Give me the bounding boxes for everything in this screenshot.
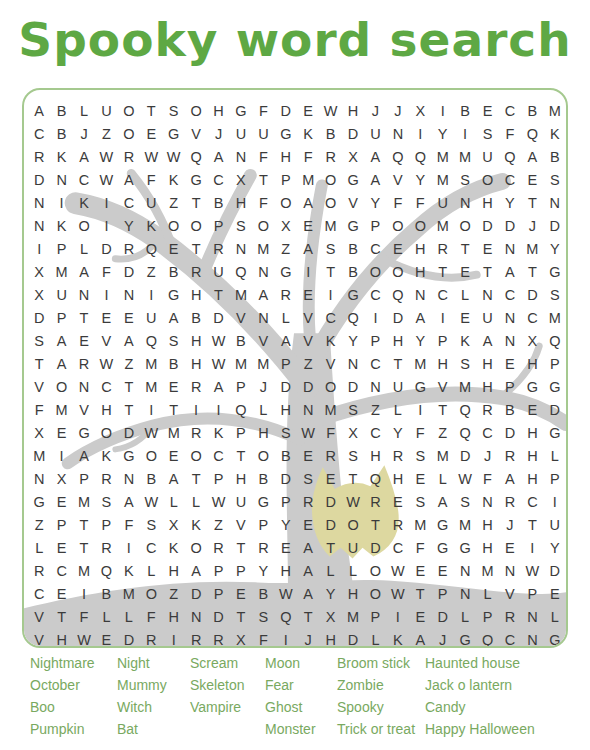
grid-cell[interactable]: A bbox=[185, 560, 207, 583]
grid-cell[interactable]: O bbox=[319, 376, 341, 399]
grid-cell[interactable]: A bbox=[50, 330, 72, 353]
grid-cell[interactable]: M bbox=[50, 261, 72, 284]
grid-cell[interactable]: R bbox=[499, 491, 521, 514]
grid-cell[interactable]: V bbox=[28, 606, 50, 629]
grid-cell[interactable]: I bbox=[319, 284, 341, 307]
grid-cell[interactable]: D bbox=[28, 169, 50, 192]
grid-cell[interactable]: H bbox=[342, 583, 364, 606]
grid-cell[interactable]: H bbox=[207, 100, 229, 123]
grid-cell[interactable]: F bbox=[28, 399, 50, 422]
grid-cell[interactable]: D bbox=[499, 422, 521, 445]
grid-cell[interactable]: E bbox=[297, 514, 319, 537]
grid-cell[interactable]: H bbox=[252, 422, 274, 445]
grid-cell[interactable]: P bbox=[544, 468, 566, 491]
grid-cell[interactable]: G bbox=[544, 261, 566, 284]
grid-cell[interactable]: T bbox=[454, 238, 476, 261]
grid-cell[interactable]: A bbox=[207, 146, 229, 169]
grid-cell[interactable]: E bbox=[162, 445, 184, 468]
grid-cell[interactable]: A bbox=[118, 169, 140, 192]
grid-cell[interactable]: U bbox=[230, 491, 252, 514]
grid-cell[interactable]: R bbox=[319, 445, 341, 468]
grid-cell[interactable]: P bbox=[275, 353, 297, 376]
grid-cell[interactable]: T bbox=[409, 583, 431, 606]
grid-cell[interactable]: V bbox=[297, 330, 319, 353]
grid-cell[interactable]: I bbox=[454, 123, 476, 146]
grid-cell[interactable]: B bbox=[95, 583, 117, 606]
grid-cell[interactable]: H bbox=[342, 100, 364, 123]
grid-cell[interactable]: A bbox=[431, 491, 453, 514]
grid-cell[interactable]: G bbox=[454, 629, 476, 648]
grid-cell[interactable]: B bbox=[50, 123, 72, 146]
grid-cell[interactable]: W bbox=[140, 422, 162, 445]
grid-cell[interactable]: E bbox=[476, 238, 498, 261]
grid-cell[interactable]: Y bbox=[364, 192, 386, 215]
grid-cell[interactable]: T bbox=[28, 353, 50, 376]
grid-cell[interactable]: S bbox=[544, 284, 566, 307]
grid-cell[interactable]: G bbox=[431, 537, 453, 560]
grid-cell[interactable]: O bbox=[140, 445, 162, 468]
grid-cell[interactable]: M bbox=[409, 514, 431, 537]
grid-cell[interactable]: L bbox=[95, 606, 117, 629]
grid-cell[interactable]: E bbox=[297, 215, 319, 238]
grid-cell[interactable]: W bbox=[95, 146, 117, 169]
grid-cell[interactable]: B bbox=[319, 123, 341, 146]
grid-cell[interactable]: X bbox=[28, 284, 50, 307]
grid-cell[interactable]: Y bbox=[431, 123, 453, 146]
grid-cell[interactable]: N bbox=[499, 238, 521, 261]
grid-cell[interactable]: N bbox=[499, 307, 521, 330]
grid-cell[interactable]: U bbox=[342, 537, 364, 560]
grid-cell[interactable]: G bbox=[73, 422, 95, 445]
grid-cell[interactable]: H bbox=[319, 629, 341, 648]
grid-cell[interactable]: H bbox=[409, 261, 431, 284]
grid-cell[interactable]: H bbox=[275, 146, 297, 169]
grid-cell[interactable]: T bbox=[118, 376, 140, 399]
grid-cell[interactable]: P bbox=[476, 606, 498, 629]
grid-cell[interactable]: C bbox=[521, 491, 543, 514]
grid-cell[interactable]: L bbox=[364, 629, 386, 648]
grid-cell[interactable]: M bbox=[454, 514, 476, 537]
grid-cell[interactable]: N bbox=[544, 192, 566, 215]
grid-cell[interactable]: H bbox=[162, 560, 184, 583]
grid-cell[interactable]: E bbox=[297, 100, 319, 123]
grid-cell[interactable]: D bbox=[118, 422, 140, 445]
grid-cell[interactable]: N bbox=[28, 192, 50, 215]
grid-cell[interactable]: G bbox=[275, 261, 297, 284]
grid-cell[interactable]: R bbox=[95, 468, 117, 491]
grid-cell[interactable]: M bbox=[319, 399, 341, 422]
grid-cell[interactable]: R bbox=[140, 629, 162, 648]
grid-cell[interactable]: A bbox=[73, 146, 95, 169]
grid-cell[interactable]: P bbox=[50, 514, 72, 537]
grid-cell[interactable]: V bbox=[95, 330, 117, 353]
grid-cell[interactable]: R bbox=[207, 238, 229, 261]
grid-cell[interactable]: B bbox=[342, 238, 364, 261]
grid-cell[interactable]: B bbox=[275, 445, 297, 468]
grid-cell[interactable]: N bbox=[342, 353, 364, 376]
grid-cell[interactable]: D bbox=[499, 215, 521, 238]
grid-cell[interactable]: M bbox=[73, 560, 95, 583]
grid-cell[interactable]: Y bbox=[544, 537, 566, 560]
grid-cell[interactable]: P bbox=[207, 215, 229, 238]
grid-cell[interactable]: Q bbox=[544, 330, 566, 353]
grid-cell[interactable]: Z bbox=[95, 123, 117, 146]
grid-cell[interactable]: N bbox=[521, 606, 543, 629]
grid-cell[interactable]: X bbox=[409, 100, 431, 123]
grid-cell[interactable]: T bbox=[521, 261, 543, 284]
grid-cell[interactable]: A bbox=[207, 376, 229, 399]
grid-cell[interactable]: Y bbox=[252, 560, 274, 583]
grid-cell[interactable]: O bbox=[364, 583, 386, 606]
grid-cell[interactable]: U bbox=[364, 123, 386, 146]
grid-cell[interactable]: Q bbox=[364, 468, 386, 491]
grid-cell[interactable]: S bbox=[140, 514, 162, 537]
grid-cell[interactable]: K bbox=[162, 169, 184, 192]
grid-cell[interactable]: U bbox=[252, 123, 274, 146]
grid-cell[interactable]: T bbox=[252, 169, 274, 192]
grid-cell[interactable]: F bbox=[140, 169, 162, 192]
grid-cell[interactable]: O bbox=[387, 261, 409, 284]
grid-cell[interactable]: G bbox=[162, 284, 184, 307]
grid-cell[interactable]: A bbox=[521, 146, 543, 169]
grid-cell[interactable]: C bbox=[364, 353, 386, 376]
grid-cell[interactable]: I bbox=[73, 583, 95, 606]
grid-cell[interactable]: A bbox=[297, 192, 319, 215]
grid-cell[interactable]: H bbox=[275, 560, 297, 583]
grid-cell[interactable]: E bbox=[431, 560, 453, 583]
grid-cell[interactable]: C bbox=[499, 284, 521, 307]
grid-cell[interactable]: M bbox=[140, 376, 162, 399]
grid-cell[interactable]: E bbox=[409, 560, 431, 583]
grid-cell[interactable]: R bbox=[118, 146, 140, 169]
grid-cell[interactable]: V bbox=[319, 353, 341, 376]
grid-cell[interactable]: A bbox=[275, 330, 297, 353]
grid-cell[interactable]: S bbox=[454, 491, 476, 514]
grid-cell[interactable]: Z bbox=[140, 261, 162, 284]
grid-cell[interactable]: G bbox=[28, 491, 50, 514]
grid-cell[interactable]: I bbox=[50, 192, 72, 215]
grid-cell[interactable]: R bbox=[185, 422, 207, 445]
grid-cell[interactable]: Y bbox=[499, 192, 521, 215]
grid-cell[interactable]: G bbox=[342, 169, 364, 192]
grid-cell[interactable]: Q bbox=[140, 330, 162, 353]
grid-cell[interactable]: X bbox=[342, 146, 364, 169]
grid-cell[interactable]: T bbox=[140, 100, 162, 123]
grid-cell[interactable]: G bbox=[118, 445, 140, 468]
grid-cell[interactable]: N bbox=[454, 583, 476, 606]
grid-cell[interactable]: S bbox=[454, 353, 476, 376]
grid-cell[interactable]: R bbox=[185, 261, 207, 284]
grid-cell[interactable]: S bbox=[476, 123, 498, 146]
grid-cell[interactable]: I bbox=[185, 399, 207, 422]
grid-cell[interactable]: T bbox=[521, 514, 543, 537]
grid-cell[interactable]: N bbox=[230, 146, 252, 169]
grid-cell[interactable]: H bbox=[230, 468, 252, 491]
grid-cell[interactable]: I bbox=[544, 491, 566, 514]
grid-cell[interactable]: H bbox=[521, 353, 543, 376]
grid-cell[interactable]: P bbox=[364, 606, 386, 629]
grid-cell[interactable]: Q bbox=[230, 261, 252, 284]
grid-cell[interactable]: L bbox=[342, 560, 364, 583]
grid-cell[interactable]: B bbox=[521, 100, 543, 123]
grid-cell[interactable]: P bbox=[230, 376, 252, 399]
grid-cell[interactable]: W bbox=[95, 353, 117, 376]
grid-cell[interactable]: O bbox=[476, 169, 498, 192]
grid-cell[interactable]: X bbox=[162, 514, 184, 537]
grid-cell[interactable]: J bbox=[207, 123, 229, 146]
grid-cell[interactable]: N bbox=[476, 491, 498, 514]
grid-cell[interactable]: D bbox=[185, 583, 207, 606]
grid-cell[interactable]: G bbox=[275, 123, 297, 146]
grid-cell[interactable]: T bbox=[431, 261, 453, 284]
grid-cell[interactable]: F bbox=[476, 468, 498, 491]
grid-cell[interactable]: W bbox=[454, 468, 476, 491]
grid-cell[interactable]: L bbox=[431, 468, 453, 491]
grid-cell[interactable]: H bbox=[185, 353, 207, 376]
grid-cell[interactable]: R bbox=[185, 376, 207, 399]
grid-cell[interactable]: L bbox=[140, 560, 162, 583]
grid-cell[interactable]: N bbox=[387, 123, 409, 146]
grid-cell[interactable]: I bbox=[162, 629, 184, 648]
grid-cell[interactable]: M bbox=[319, 215, 341, 238]
grid-cell[interactable]: Q bbox=[521, 123, 543, 146]
grid-cell[interactable]: B bbox=[252, 583, 274, 606]
grid-cell[interactable]: S bbox=[95, 491, 117, 514]
grid-cell[interactable]: W bbox=[207, 491, 229, 514]
grid-cell[interactable]: N bbox=[454, 192, 476, 215]
grid-cell[interactable]: C bbox=[207, 169, 229, 192]
grid-cell[interactable]: Q bbox=[387, 284, 409, 307]
grid-cell[interactable]: P bbox=[230, 422, 252, 445]
grid-cell[interactable]: H bbox=[364, 445, 386, 468]
grid-cell[interactable]: I bbox=[521, 537, 543, 560]
grid-cell[interactable]: D bbox=[544, 560, 566, 583]
grid-cell[interactable]: R bbox=[28, 560, 50, 583]
grid-cell[interactable]: E bbox=[162, 376, 184, 399]
grid-cell[interactable]: I bbox=[409, 123, 431, 146]
grid-cell[interactable]: D bbox=[544, 215, 566, 238]
grid-cell[interactable]: H bbox=[521, 422, 543, 445]
grid-cell[interactable]: L bbox=[73, 100, 95, 123]
grid-cell[interactable]: C bbox=[50, 560, 72, 583]
grid-cell[interactable]: E bbox=[50, 491, 72, 514]
grid-cell[interactable]: G bbox=[342, 215, 364, 238]
grid-cell[interactable]: S bbox=[162, 330, 184, 353]
grid-cell[interactable]: U bbox=[476, 307, 498, 330]
grid-cell[interactable]: L bbox=[454, 284, 476, 307]
grid-cell[interactable]: I bbox=[140, 284, 162, 307]
grid-cell[interactable]: C bbox=[28, 123, 50, 146]
grid-cell[interactable]: N bbox=[73, 284, 95, 307]
grid-cell[interactable]: V bbox=[73, 399, 95, 422]
grid-cell[interactable]: Y bbox=[118, 215, 140, 238]
grid-cell[interactable]: M bbox=[521, 238, 543, 261]
grid-cell[interactable]: W bbox=[140, 146, 162, 169]
grid-cell[interactable]: A bbox=[118, 491, 140, 514]
grid-cell[interactable]: C bbox=[476, 422, 498, 445]
grid-cell[interactable]: F bbox=[409, 192, 431, 215]
grid-cell[interactable]: H bbox=[521, 468, 543, 491]
grid-cell[interactable]: H bbox=[275, 399, 297, 422]
grid-cell[interactable]: L bbox=[319, 560, 341, 583]
grid-cell[interactable]: B bbox=[140, 468, 162, 491]
grid-cell[interactable]: O bbox=[252, 445, 274, 468]
grid-cell[interactable]: E bbox=[162, 238, 184, 261]
grid-cell[interactable]: I bbox=[207, 399, 229, 422]
grid-cell[interactable]: M bbox=[297, 169, 319, 192]
grid-cell[interactable]: M bbox=[431, 169, 453, 192]
grid-cell[interactable]: N bbox=[50, 169, 72, 192]
grid-cell[interactable]: A bbox=[162, 468, 184, 491]
grid-cell[interactable]: P bbox=[207, 583, 229, 606]
grid-cell[interactable]: N bbox=[118, 468, 140, 491]
grid-cell[interactable]: D bbox=[118, 629, 140, 648]
grid-cell[interactable]: R bbox=[297, 491, 319, 514]
grid-cell[interactable]: T bbox=[297, 606, 319, 629]
grid-cell[interactable]: E bbox=[544, 583, 566, 606]
grid-cell[interactable]: R bbox=[387, 445, 409, 468]
grid-cell[interactable]: T bbox=[185, 238, 207, 261]
grid-cell[interactable]: N bbox=[73, 376, 95, 399]
grid-cell[interactable]: T bbox=[319, 537, 341, 560]
grid-cell[interactable]: G bbox=[252, 491, 274, 514]
grid-cell[interactable]: S bbox=[342, 399, 364, 422]
grid-cell[interactable]: E bbox=[118, 307, 140, 330]
grid-cell[interactable]: B bbox=[454, 100, 476, 123]
grid-cell[interactable]: A bbox=[28, 100, 50, 123]
grid-cell[interactable]: O bbox=[118, 100, 140, 123]
grid-cell[interactable]: W bbox=[95, 169, 117, 192]
grid-cell[interactable]: A bbox=[297, 560, 319, 583]
grid-cell[interactable]: T bbox=[230, 445, 252, 468]
grid-cell[interactable]: C bbox=[364, 238, 386, 261]
grid-cell[interactable]: F bbox=[499, 123, 521, 146]
grid-cell[interactable]: W bbox=[521, 560, 543, 583]
grid-cell[interactable]: Q bbox=[275, 606, 297, 629]
grid-cell[interactable]: P bbox=[275, 169, 297, 192]
grid-cell[interactable]: K bbox=[162, 537, 184, 560]
grid-cell[interactable]: M bbox=[230, 353, 252, 376]
grid-cell[interactable]: T bbox=[364, 514, 386, 537]
grid-cell[interactable]: V bbox=[28, 629, 50, 648]
grid-cell[interactable]: H bbox=[476, 376, 498, 399]
grid-cell[interactable]: K bbox=[319, 330, 341, 353]
grid-cell[interactable]: G bbox=[185, 169, 207, 192]
grid-cell[interactable]: O bbox=[50, 376, 72, 399]
grid-cell[interactable]: P bbox=[50, 307, 72, 330]
grid-cell[interactable]: K bbox=[73, 192, 95, 215]
grid-cell[interactable]: A bbox=[118, 330, 140, 353]
grid-cell[interactable]: L bbox=[118, 606, 140, 629]
grid-cell[interactable]: Q bbox=[499, 146, 521, 169]
grid-cell[interactable]: U bbox=[476, 146, 498, 169]
grid-cell[interactable]: V bbox=[230, 514, 252, 537]
grid-cell[interactable]: A bbox=[409, 629, 431, 648]
grid-cell[interactable]: M bbox=[252, 238, 274, 261]
grid-cell[interactable]: Z bbox=[162, 192, 184, 215]
grid-cell[interactable]: V bbox=[431, 376, 453, 399]
grid-cell[interactable]: C bbox=[499, 169, 521, 192]
grid-cell[interactable]: T bbox=[73, 307, 95, 330]
grid-cell[interactable]: T bbox=[521, 192, 543, 215]
grid-cell[interactable]: X bbox=[28, 261, 50, 284]
grid-cell[interactable]: A bbox=[297, 583, 319, 606]
grid-cell[interactable]: X bbox=[319, 606, 341, 629]
grid-cell[interactable]: U bbox=[387, 376, 409, 399]
grid-cell[interactable]: D bbox=[364, 537, 386, 560]
grid-cell[interactable]: Q bbox=[140, 238, 162, 261]
grid-cell[interactable]: S bbox=[544, 169, 566, 192]
grid-cell[interactable]: W bbox=[297, 422, 319, 445]
grid-cell[interactable]: H bbox=[476, 537, 498, 560]
grid-cell[interactable]: D bbox=[544, 399, 566, 422]
grid-cell[interactable]: O bbox=[185, 100, 207, 123]
grid-cell[interactable]: B bbox=[544, 146, 566, 169]
grid-cell[interactable]: O bbox=[454, 215, 476, 238]
grid-cell[interactable]: L bbox=[28, 537, 50, 560]
grid-cell[interactable]: B bbox=[162, 261, 184, 284]
grid-cell[interactable]: S bbox=[230, 215, 252, 238]
grid-cell[interactable]: V bbox=[185, 123, 207, 146]
grid-cell[interactable]: E bbox=[297, 284, 319, 307]
grid-cell[interactable]: V bbox=[342, 192, 364, 215]
grid-cell[interactable]: F bbox=[95, 261, 117, 284]
grid-cell[interactable]: R bbox=[73, 353, 95, 376]
grid-cell[interactable]: M bbox=[252, 353, 274, 376]
grid-cell[interactable]: R bbox=[207, 537, 229, 560]
grid-cell[interactable]: P bbox=[207, 560, 229, 583]
grid-cell[interactable]: R bbox=[431, 238, 453, 261]
grid-cell[interactable]: H bbox=[95, 399, 117, 422]
grid-cell[interactable]: Y bbox=[319, 583, 341, 606]
grid-cell[interactable]: M bbox=[544, 307, 566, 330]
grid-cell[interactable]: H bbox=[185, 284, 207, 307]
grid-cell[interactable]: Q bbox=[409, 146, 431, 169]
grid-cell[interactable]: C bbox=[387, 537, 409, 560]
grid-cell[interactable]: K bbox=[118, 560, 140, 583]
grid-cell[interactable]: R bbox=[185, 629, 207, 648]
grid-cell[interactable]: C bbox=[499, 100, 521, 123]
grid-cell[interactable]: I bbox=[95, 215, 117, 238]
grid-cell[interactable]: O bbox=[342, 514, 364, 537]
grid-cell[interactable]: E bbox=[297, 445, 319, 468]
grid-cell[interactable]: D bbox=[207, 307, 229, 330]
grid-cell[interactable]: M bbox=[230, 284, 252, 307]
grid-cell[interactable]: O bbox=[185, 445, 207, 468]
grid-cell[interactable]: M bbox=[544, 100, 566, 123]
grid-cell[interactable]: J bbox=[521, 215, 543, 238]
grid-cell[interactable]: T bbox=[50, 606, 72, 629]
grid-cell[interactable]: E bbox=[387, 491, 409, 514]
grid-cell[interactable]: W bbox=[140, 491, 162, 514]
grid-cell[interactable]: N bbox=[364, 376, 386, 399]
grid-cell[interactable]: D bbox=[95, 238, 117, 261]
grid-cell[interactable]: K bbox=[140, 215, 162, 238]
grid-cell[interactable]: M bbox=[50, 399, 72, 422]
grid-cell[interactable]: H bbox=[50, 629, 72, 648]
grid-cell[interactable]: G bbox=[162, 123, 184, 146]
grid-cell[interactable]: M bbox=[431, 215, 453, 238]
grid-cell[interactable]: J bbox=[499, 514, 521, 537]
grid-cell[interactable]: Y bbox=[342, 330, 364, 353]
grid-cell[interactable]: J bbox=[476, 445, 498, 468]
grid-cell[interactable]: S bbox=[409, 445, 431, 468]
grid-cell[interactable]: W bbox=[162, 146, 184, 169]
grid-cell[interactable]: Z bbox=[28, 514, 50, 537]
grid-cell[interactable]: I bbox=[95, 284, 117, 307]
grid-cell[interactable]: D bbox=[454, 445, 476, 468]
grid-cell[interactable]: N bbox=[454, 560, 476, 583]
